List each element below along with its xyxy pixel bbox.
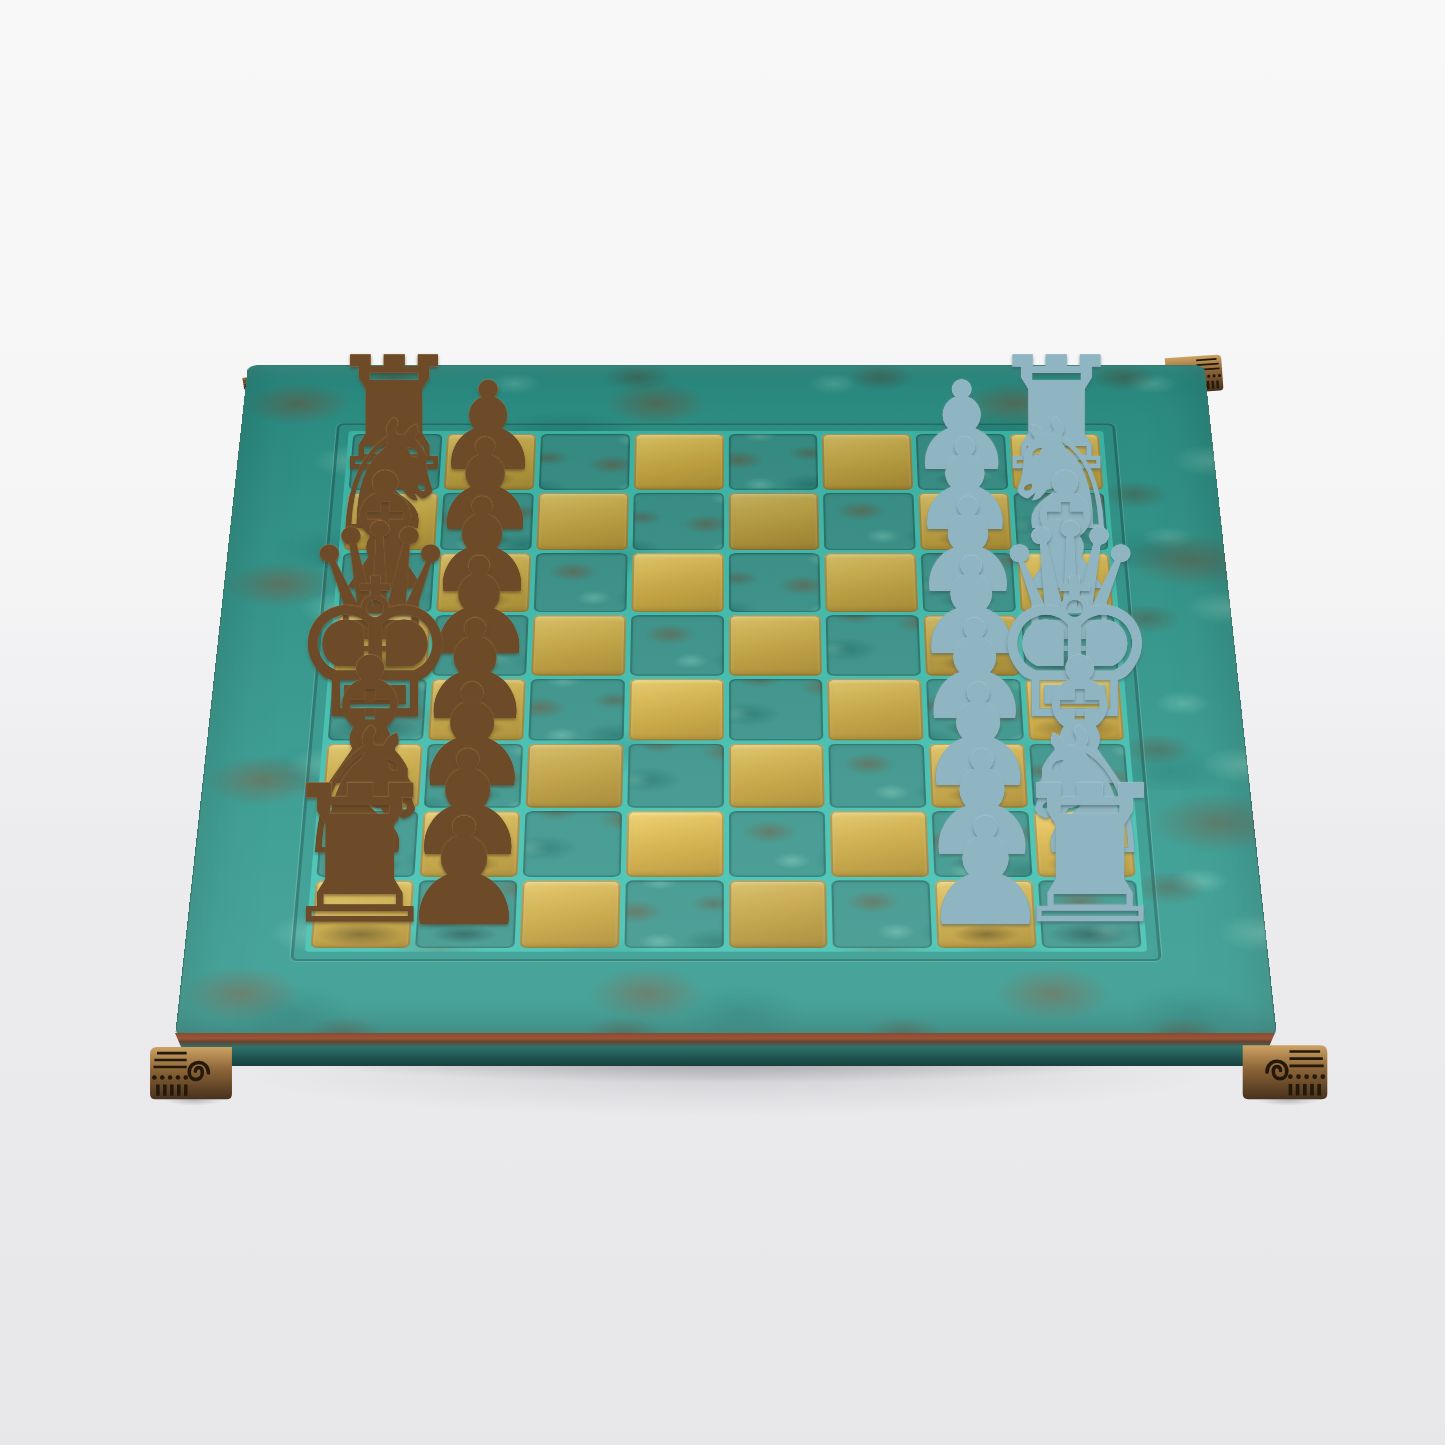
square-h3[interactable] — [520, 880, 621, 948]
square-g7[interactable] — [932, 811, 1033, 877]
square-f2[interactable] — [424, 744, 523, 808]
square-c2[interactable] — [436, 553, 531, 612]
chess-board — [175, 365, 1277, 1036]
scene: ♜♟♟♜♞♟♟♞♝♟♟♝♛♟♟♛♚♟♟♚♝♟♟♝♞♟♟♞♜♟♟♜ — [0, 0, 1445, 1445]
square-b8[interactable] — [1013, 493, 1108, 550]
square-e6[interactable] — [827, 679, 923, 741]
square-f1[interactable] — [322, 744, 423, 808]
square-c1[interactable] — [338, 553, 434, 612]
square-b1[interactable] — [344, 493, 439, 550]
square-c7[interactable] — [921, 553, 1016, 612]
square-d3[interactable] — [531, 615, 626, 675]
square-g3[interactable] — [522, 811, 621, 877]
square-d2[interactable] — [432, 615, 528, 675]
square-h8[interactable] — [1038, 880, 1142, 948]
square-b5[interactable] — [728, 493, 819, 550]
square-b3[interactable] — [536, 493, 629, 550]
square-e8[interactable] — [1025, 679, 1124, 741]
square-g1[interactable] — [316, 811, 418, 877]
square-d7[interactable] — [924, 615, 1020, 675]
square-g6[interactable] — [830, 811, 929, 877]
square-f3[interactable] — [525, 744, 623, 808]
square-d4[interactable] — [630, 615, 724, 675]
square-h1[interactable] — [310, 880, 414, 948]
square-a5[interactable] — [728, 434, 818, 490]
square-h5[interactable] — [729, 880, 828, 948]
square-f6[interactable] — [829, 744, 927, 808]
square-g5[interactable] — [729, 811, 827, 877]
square-d5[interactable] — [728, 615, 822, 675]
board-foot-near-left — [146, 1040, 236, 1101]
square-b6[interactable] — [823, 493, 916, 550]
square-e2[interactable] — [428, 679, 526, 741]
square-e7[interactable] — [926, 679, 1024, 741]
square-g2[interactable] — [419, 811, 520, 877]
square-h7[interactable] — [935, 880, 1037, 948]
square-b7[interactable] — [918, 493, 1012, 550]
square-a8[interactable] — [1010, 434, 1104, 490]
square-b4[interactable] — [632, 493, 723, 550]
square-h6[interactable] — [832, 880, 933, 948]
square-e5[interactable] — [729, 679, 824, 741]
square-a3[interactable] — [539, 434, 630, 490]
square-e3[interactable] — [528, 679, 624, 741]
square-e1[interactable] — [328, 679, 427, 741]
square-a1[interactable] — [349, 434, 443, 490]
square-c4[interactable] — [631, 553, 724, 612]
square-a7[interactable] — [916, 434, 1009, 490]
square-h4[interactable] — [624, 880, 723, 948]
square-b2[interactable] — [440, 493, 534, 550]
square-f7[interactable] — [929, 744, 1028, 808]
square-a6[interactable] — [822, 434, 913, 490]
square-h2[interactable] — [415, 880, 517, 948]
board-foot-near-right — [1238, 1038, 1332, 1101]
board-front-edge — [175, 1033, 1275, 1066]
square-c5[interactable] — [728, 553, 821, 612]
square-d6[interactable] — [826, 615, 921, 675]
square-f5[interactable] — [729, 744, 826, 808]
square-a2[interactable] — [444, 434, 537, 490]
square-d8[interactable] — [1021, 615, 1119, 675]
square-c3[interactable] — [533, 553, 627, 612]
square-c6[interactable] — [825, 553, 919, 612]
square-e4[interactable] — [628, 679, 723, 741]
square-a4[interactable] — [633, 434, 723, 490]
square-g4[interactable] — [626, 811, 724, 877]
square-f4[interactable] — [627, 744, 724, 808]
square-g8[interactable] — [1034, 811, 1136, 877]
square-c8[interactable] — [1017, 553, 1113, 612]
square-d1[interactable] — [333, 615, 431, 675]
board-squares-grid — [305, 431, 1147, 952]
square-f8[interactable] — [1029, 744, 1130, 808]
